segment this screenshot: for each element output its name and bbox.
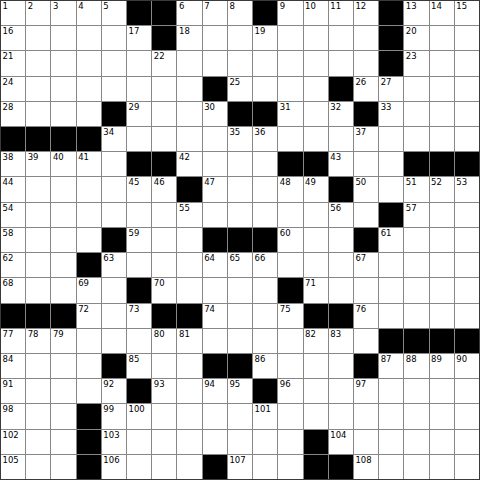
- white-square-r6c14[interactable]: [354, 152, 378, 176]
- white-square-r6c4[interactable]: [102, 152, 126, 176]
- white-square-r9c11[interactable]: 60: [278, 228, 302, 252]
- white-square-r10c18[interactable]: [455, 253, 479, 277]
- white-square-r16c10[interactable]: 101: [253, 404, 277, 428]
- white-square-r8c17[interactable]: [430, 203, 454, 227]
- white-square-r4c1[interactable]: [26, 102, 50, 126]
- white-square-r16c12[interactable]: [304, 404, 328, 428]
- white-square-r15c8[interactable]: 94: [203, 379, 227, 403]
- white-square-r10c14[interactable]: 67: [354, 253, 378, 277]
- white-square-r9c6[interactable]: [152, 228, 176, 252]
- white-square-r1c1[interactable]: [26, 26, 50, 50]
- white-square-r12c16[interactable]: [404, 304, 428, 328]
- white-square-r6c9[interactable]: [228, 152, 252, 176]
- white-square-r14c1[interactable]: [26, 354, 50, 378]
- white-square-r7c8[interactable]: 47: [203, 177, 227, 201]
- white-square-r8c3[interactable]: [77, 203, 101, 227]
- white-square-r3c16[interactable]: [404, 77, 428, 101]
- white-square-r8c8[interactable]: [203, 203, 227, 227]
- white-square-r6c15[interactable]: [379, 152, 403, 176]
- white-square-r11c10[interactable]: [253, 278, 277, 302]
- white-square-r0c0[interactable]: 1: [1, 1, 25, 25]
- white-square-r2c18[interactable]: [455, 51, 479, 75]
- white-square-r3c7[interactable]: [177, 77, 201, 101]
- white-square-r8c1[interactable]: [26, 203, 50, 227]
- white-square-r7c2[interactable]: [51, 177, 75, 201]
- white-square-r11c14[interactable]: [354, 278, 378, 302]
- white-square-r10c1[interactable]: [26, 253, 50, 277]
- white-square-r15c15[interactable]: [379, 379, 403, 403]
- white-square-r14c6[interactable]: [152, 354, 176, 378]
- white-square-r4c11[interactable]: 31: [278, 102, 302, 126]
- white-square-r8c9[interactable]: [228, 203, 252, 227]
- white-square-r8c10[interactable]: [253, 203, 277, 227]
- white-square-r16c16[interactable]: [404, 404, 428, 428]
- white-square-r10c7[interactable]: [177, 253, 201, 277]
- white-square-r11c9[interactable]: [228, 278, 252, 302]
- white-square-r16c2[interactable]: [51, 404, 75, 428]
- white-square-r9c2[interactable]: [51, 228, 75, 252]
- white-square-r17c16[interactable]: [404, 430, 428, 454]
- white-square-r8c4[interactable]: [102, 203, 126, 227]
- white-square-r16c4[interactable]: 99: [102, 404, 126, 428]
- white-square-r4c18[interactable]: [455, 102, 479, 126]
- white-square-r16c1[interactable]: [26, 404, 50, 428]
- white-square-r4c13[interactable]: 32: [329, 102, 353, 126]
- white-square-r4c6[interactable]: [152, 102, 176, 126]
- white-square-r10c11[interactable]: [278, 253, 302, 277]
- white-square-r15c12[interactable]: [304, 379, 328, 403]
- white-square-r17c11[interactable]: [278, 430, 302, 454]
- white-square-r15c3[interactable]: [77, 379, 101, 403]
- white-square-r16c15[interactable]: [379, 404, 403, 428]
- white-square-r7c16[interactable]: 51: [404, 177, 428, 201]
- white-square-r2c1[interactable]: [26, 51, 50, 75]
- white-square-r8c6[interactable]: [152, 203, 176, 227]
- white-square-r18c0[interactable]: 105: [1, 455, 25, 479]
- white-square-r17c13[interactable]: 104: [329, 430, 353, 454]
- white-square-r0c17[interactable]: 14: [430, 1, 454, 25]
- white-square-r14c11[interactable]: [278, 354, 302, 378]
- white-square-r18c1[interactable]: [26, 455, 50, 479]
- white-square-r17c17[interactable]: [430, 430, 454, 454]
- white-square-r16c0[interactable]: 98: [1, 404, 25, 428]
- white-square-r16c13[interactable]: [329, 404, 353, 428]
- white-square-r12c9[interactable]: [228, 304, 252, 328]
- white-square-r8c18[interactable]: [455, 203, 479, 227]
- white-square-r6c0[interactable]: 38: [1, 152, 25, 176]
- white-square-r10c0[interactable]: 62: [1, 253, 25, 277]
- white-square-r3c3[interactable]: [77, 77, 101, 101]
- white-square-r6c8[interactable]: [203, 152, 227, 176]
- white-square-r11c4[interactable]: [102, 278, 126, 302]
- white-square-r16c7[interactable]: [177, 404, 201, 428]
- white-square-r13c4[interactable]: [102, 329, 126, 353]
- white-square-r16c8[interactable]: [203, 404, 227, 428]
- white-square-r3c1[interactable]: [26, 77, 50, 101]
- white-square-r17c7[interactable]: [177, 430, 201, 454]
- white-square-r12c3[interactable]: 72: [77, 304, 101, 328]
- white-square-r17c14[interactable]: [354, 430, 378, 454]
- white-square-r4c5[interactable]: 29: [127, 102, 151, 126]
- white-square-r12c10[interactable]: [253, 304, 277, 328]
- white-square-r2c13[interactable]: [329, 51, 353, 75]
- white-square-r1c18[interactable]: [455, 26, 479, 50]
- white-square-r16c11[interactable]: [278, 404, 302, 428]
- white-square-r6c7[interactable]: 42: [177, 152, 201, 176]
- white-square-r11c15[interactable]: [379, 278, 403, 302]
- white-square-r8c11[interactable]: [278, 203, 302, 227]
- white-square-r13c6[interactable]: 80: [152, 329, 176, 353]
- white-square-r13c14[interactable]: [354, 329, 378, 353]
- white-square-r14c13[interactable]: [329, 354, 353, 378]
- white-square-r3c10[interactable]: [253, 77, 277, 101]
- white-square-r8c2[interactable]: [51, 203, 75, 227]
- white-square-r7c15[interactable]: [379, 177, 403, 201]
- white-square-r18c15[interactable]: [379, 455, 403, 479]
- white-square-r15c4[interactable]: 92: [102, 379, 126, 403]
- white-square-r10c9[interactable]: 65: [228, 253, 252, 277]
- white-square-r9c12[interactable]: [304, 228, 328, 252]
- white-square-r1c12[interactable]: [304, 26, 328, 50]
- white-square-r1c2[interactable]: [51, 26, 75, 50]
- white-square-r14c2[interactable]: [51, 354, 75, 378]
- white-square-r17c6[interactable]: [152, 430, 176, 454]
- white-square-r7c17[interactable]: 52: [430, 177, 454, 201]
- white-square-r15c11[interactable]: 96: [278, 379, 302, 403]
- white-square-r5c9[interactable]: 35: [228, 127, 252, 151]
- white-square-r7c9[interactable]: [228, 177, 252, 201]
- white-square-r0c18[interactable]: 15: [455, 1, 479, 25]
- white-square-r14c5[interactable]: 85: [127, 354, 151, 378]
- white-square-r10c15[interactable]: [379, 253, 403, 277]
- white-square-r0c4[interactable]: 5: [102, 1, 126, 25]
- white-square-r12c18[interactable]: [455, 304, 479, 328]
- white-square-r2c9[interactable]: [228, 51, 252, 75]
- white-square-r1c11[interactable]: [278, 26, 302, 50]
- white-square-r10c6[interactable]: [152, 253, 176, 277]
- white-square-r7c12[interactable]: 49: [304, 177, 328, 201]
- white-square-r2c7[interactable]: [177, 51, 201, 75]
- white-square-r10c13[interactable]: [329, 253, 353, 277]
- white-square-r15c13[interactable]: [329, 379, 353, 403]
- white-square-r9c7[interactable]: [177, 228, 201, 252]
- white-square-r18c7[interactable]: [177, 455, 201, 479]
- white-square-r4c12[interactable]: [304, 102, 328, 126]
- white-square-r17c0[interactable]: 102: [1, 430, 25, 454]
- white-square-r7c6[interactable]: 46: [152, 177, 176, 201]
- white-square-r9c5[interactable]: 59: [127, 228, 151, 252]
- white-square-r15c7[interactable]: [177, 379, 201, 403]
- white-square-r10c8[interactable]: 64: [203, 253, 227, 277]
- white-square-r17c4[interactable]: 103: [102, 430, 126, 454]
- white-square-r17c10[interactable]: [253, 430, 277, 454]
- white-square-r16c17[interactable]: [430, 404, 454, 428]
- white-square-r4c2[interactable]: [51, 102, 75, 126]
- white-square-r10c2[interactable]: [51, 253, 75, 277]
- white-square-r13c12[interactable]: 82: [304, 329, 328, 353]
- white-square-r1c10[interactable]: 19: [253, 26, 277, 50]
- white-square-r2c12[interactable]: [304, 51, 328, 75]
- white-square-r13c8[interactable]: [203, 329, 227, 353]
- white-square-r18c14[interactable]: 108: [354, 455, 378, 479]
- white-square-r5c13[interactable]: [329, 127, 353, 151]
- white-square-r7c3[interactable]: [77, 177, 101, 201]
- white-square-r13c11[interactable]: [278, 329, 302, 353]
- white-square-r15c1[interactable]: [26, 379, 50, 403]
- white-square-r15c6[interactable]: 93: [152, 379, 176, 403]
- white-square-r4c8[interactable]: 30: [203, 102, 227, 126]
- white-square-r15c18[interactable]: [455, 379, 479, 403]
- white-square-r12c14[interactable]: 76: [354, 304, 378, 328]
- white-square-r12c15[interactable]: [379, 304, 403, 328]
- white-square-r8c16[interactable]: 57: [404, 203, 428, 227]
- white-square-r17c2[interactable]: [51, 430, 75, 454]
- white-square-r11c12[interactable]: 71: [304, 278, 328, 302]
- white-square-r2c3[interactable]: [77, 51, 101, 75]
- white-square-r5c5[interactable]: [127, 127, 151, 151]
- white-square-r2c0[interactable]: 21: [1, 51, 25, 75]
- white-square-r1c8[interactable]: [203, 26, 227, 50]
- white-square-r0c14[interactable]: 12: [354, 1, 378, 25]
- white-square-r3c4[interactable]: [102, 77, 126, 101]
- white-square-r2c17[interactable]: [430, 51, 454, 75]
- white-square-r0c3[interactable]: 4: [77, 1, 101, 25]
- white-square-r16c6[interactable]: [152, 404, 176, 428]
- white-square-r18c5[interactable]: [127, 455, 151, 479]
- white-square-r13c9[interactable]: [228, 329, 252, 353]
- white-square-r3c18[interactable]: [455, 77, 479, 101]
- white-square-r5c11[interactable]: [278, 127, 302, 151]
- white-square-r18c4[interactable]: 106: [102, 455, 126, 479]
- white-square-r2c10[interactable]: [253, 51, 277, 75]
- white-square-r5c10[interactable]: 36: [253, 127, 277, 151]
- white-square-r11c7[interactable]: [177, 278, 201, 302]
- white-square-r15c2[interactable]: [51, 379, 75, 403]
- white-square-r10c10[interactable]: 66: [253, 253, 277, 277]
- white-square-r11c6[interactable]: 70: [152, 278, 176, 302]
- white-square-r4c15[interactable]: 33: [379, 102, 403, 126]
- white-square-r11c3[interactable]: 69: [77, 278, 101, 302]
- white-square-r1c17[interactable]: [430, 26, 454, 50]
- white-square-r2c5[interactable]: [127, 51, 151, 75]
- white-square-r18c6[interactable]: [152, 455, 176, 479]
- white-square-r18c2[interactable]: [51, 455, 75, 479]
- white-square-r6c13[interactable]: 43: [329, 152, 353, 176]
- white-square-r1c7[interactable]: 18: [177, 26, 201, 50]
- white-square-r0c2[interactable]: 3: [51, 1, 75, 25]
- white-square-r11c18[interactable]: [455, 278, 479, 302]
- white-square-r4c17[interactable]: [430, 102, 454, 126]
- white-square-r18c18[interactable]: [455, 455, 479, 479]
- white-square-r18c11[interactable]: [278, 455, 302, 479]
- white-square-r14c12[interactable]: [304, 354, 328, 378]
- white-square-r13c10[interactable]: [253, 329, 277, 353]
- white-square-r15c17[interactable]: [430, 379, 454, 403]
- white-square-r6c1[interactable]: 39: [26, 152, 50, 176]
- white-square-r1c16[interactable]: 20: [404, 26, 428, 50]
- white-square-r5c7[interactable]: [177, 127, 201, 151]
- white-square-r9c1[interactable]: [26, 228, 50, 252]
- white-square-r17c18[interactable]: [455, 430, 479, 454]
- white-square-r0c16[interactable]: 13: [404, 1, 428, 25]
- white-square-r1c9[interactable]: [228, 26, 252, 50]
- white-square-r0c9[interactable]: 8: [228, 1, 252, 25]
- white-square-r0c11[interactable]: 9: [278, 1, 302, 25]
- white-square-r3c17[interactable]: [430, 77, 454, 101]
- white-square-r13c3[interactable]: [77, 329, 101, 353]
- white-square-r0c8[interactable]: 7: [203, 1, 227, 25]
- white-square-r3c12[interactable]: [304, 77, 328, 101]
- white-square-r14c3[interactable]: [77, 354, 101, 378]
- white-square-r5c14[interactable]: 37: [354, 127, 378, 151]
- white-square-r3c6[interactable]: [152, 77, 176, 101]
- white-square-r7c10[interactable]: [253, 177, 277, 201]
- white-square-r1c13[interactable]: [329, 26, 353, 50]
- white-square-r4c7[interactable]: [177, 102, 201, 126]
- white-square-r2c16[interactable]: 23: [404, 51, 428, 75]
- white-square-r11c0[interactable]: 68: [1, 278, 25, 302]
- white-square-r11c17[interactable]: [430, 278, 454, 302]
- white-square-r1c5[interactable]: 17: [127, 26, 151, 50]
- white-square-r6c10[interactable]: [253, 152, 277, 176]
- white-square-r7c18[interactable]: 53: [455, 177, 479, 201]
- white-square-r6c2[interactable]: 40: [51, 152, 75, 176]
- white-square-r13c2[interactable]: 79: [51, 329, 75, 353]
- white-square-r7c0[interactable]: 44: [1, 177, 25, 201]
- white-square-r3c11[interactable]: [278, 77, 302, 101]
- white-square-r7c5[interactable]: 45: [127, 177, 151, 201]
- white-square-r8c13[interactable]: 56: [329, 203, 353, 227]
- white-square-r10c4[interactable]: 63: [102, 253, 126, 277]
- white-square-r15c14[interactable]: 97: [354, 379, 378, 403]
- white-square-r5c8[interactable]: [203, 127, 227, 151]
- white-square-r16c5[interactable]: 100: [127, 404, 151, 428]
- white-square-r17c5[interactable]: [127, 430, 151, 454]
- white-square-r14c7[interactable]: [177, 354, 201, 378]
- white-square-r8c5[interactable]: [127, 203, 151, 227]
- white-square-r5c15[interactable]: [379, 127, 403, 151]
- white-square-r2c11[interactable]: [278, 51, 302, 75]
- white-square-r9c13[interactable]: [329, 228, 353, 252]
- white-square-r13c13[interactable]: 83: [329, 329, 353, 353]
- white-square-r2c8[interactable]: [203, 51, 227, 75]
- white-square-r5c6[interactable]: [152, 127, 176, 151]
- white-square-r10c16[interactable]: [404, 253, 428, 277]
- white-square-r5c18[interactable]: [455, 127, 479, 151]
- white-square-r9c15[interactable]: 61: [379, 228, 403, 252]
- white-square-r13c0[interactable]: 77: [1, 329, 25, 353]
- white-square-r5c16[interactable]: [404, 127, 428, 151]
- white-square-r1c4[interactable]: [102, 26, 126, 50]
- white-square-r13c5[interactable]: [127, 329, 151, 353]
- white-square-r2c14[interactable]: [354, 51, 378, 75]
- white-square-r6c3[interactable]: 41: [77, 152, 101, 176]
- white-square-r5c17[interactable]: [430, 127, 454, 151]
- white-square-r18c10[interactable]: [253, 455, 277, 479]
- white-square-r2c6[interactable]: 22: [152, 51, 176, 75]
- white-square-r14c10[interactable]: 86: [253, 354, 277, 378]
- white-square-r4c3[interactable]: [77, 102, 101, 126]
- white-square-r15c0[interactable]: 91: [1, 379, 25, 403]
- white-square-r11c16[interactable]: [404, 278, 428, 302]
- white-square-r18c9[interactable]: 107: [228, 455, 252, 479]
- white-square-r8c14[interactable]: [354, 203, 378, 227]
- white-square-r8c7[interactable]: 55: [177, 203, 201, 227]
- white-square-r3c0[interactable]: 24: [1, 77, 25, 101]
- white-square-r9c0[interactable]: 58: [1, 228, 25, 252]
- white-square-r3c14[interactable]: 26: [354, 77, 378, 101]
- white-square-r14c17[interactable]: 89: [430, 354, 454, 378]
- white-square-r7c11[interactable]: 48: [278, 177, 302, 201]
- white-square-r7c14[interactable]: 50: [354, 177, 378, 201]
- white-square-r7c1[interactable]: [26, 177, 50, 201]
- white-square-r4c16[interactable]: [404, 102, 428, 126]
- white-square-r10c12[interactable]: [304, 253, 328, 277]
- white-square-r7c4[interactable]: [102, 177, 126, 201]
- white-square-r12c11[interactable]: 75: [278, 304, 302, 328]
- white-square-r1c14[interactable]: [354, 26, 378, 50]
- white-square-r12c5[interactable]: 73: [127, 304, 151, 328]
- white-square-r17c8[interactable]: [203, 430, 227, 454]
- white-square-r0c7[interactable]: 6: [177, 1, 201, 25]
- white-square-r17c15[interactable]: [379, 430, 403, 454]
- white-square-r11c1[interactable]: [26, 278, 50, 302]
- white-square-r15c16[interactable]: [404, 379, 428, 403]
- white-square-r10c5[interactable]: [127, 253, 151, 277]
- white-square-r1c0[interactable]: 16: [1, 26, 25, 50]
- white-square-r0c12[interactable]: 10: [304, 1, 328, 25]
- white-square-r16c14[interactable]: [354, 404, 378, 428]
- white-square-r17c1[interactable]: [26, 430, 50, 454]
- white-square-r11c2[interactable]: [51, 278, 75, 302]
- white-square-r11c8[interactable]: [203, 278, 227, 302]
- white-square-r16c18[interactable]: [455, 404, 479, 428]
- white-square-r13c1[interactable]: 78: [26, 329, 50, 353]
- white-square-r12c4[interactable]: [102, 304, 126, 328]
- white-square-r0c13[interactable]: 11: [329, 1, 353, 25]
- white-square-r3c15[interactable]: 27: [379, 77, 403, 101]
- white-square-r9c17[interactable]: [430, 228, 454, 252]
- white-square-r14c15[interactable]: 87: [379, 354, 403, 378]
- white-square-r0c1[interactable]: 2: [26, 1, 50, 25]
- white-square-r9c3[interactable]: [77, 228, 101, 252]
- white-square-r2c2[interactable]: [51, 51, 75, 75]
- white-square-r18c17[interactable]: [430, 455, 454, 479]
- white-square-r3c5[interactable]: [127, 77, 151, 101]
- white-square-r11c13[interactable]: [329, 278, 353, 302]
- white-square-r15c9[interactable]: 95: [228, 379, 252, 403]
- white-square-r14c0[interactable]: 84: [1, 354, 25, 378]
- white-square-r5c4[interactable]: 34: [102, 127, 126, 151]
- white-square-r5c12[interactable]: [304, 127, 328, 151]
- white-square-r1c3[interactable]: [77, 26, 101, 50]
- white-square-r3c2[interactable]: [51, 77, 75, 101]
- white-square-r12c8[interactable]: 74: [203, 304, 227, 328]
- white-square-r14c18[interactable]: 90: [455, 354, 479, 378]
- white-square-r9c18[interactable]: [455, 228, 479, 252]
- white-square-r3c9[interactable]: 25: [228, 77, 252, 101]
- white-square-r8c12[interactable]: [304, 203, 328, 227]
- white-square-r12c17[interactable]: [430, 304, 454, 328]
- white-square-r17c9[interactable]: [228, 430, 252, 454]
- white-square-r2c4[interactable]: [102, 51, 126, 75]
- white-square-r18c16[interactable]: [404, 455, 428, 479]
- white-square-r4c0[interactable]: 28: [1, 102, 25, 126]
- white-square-r9c16[interactable]: [404, 228, 428, 252]
- white-square-r14c16[interactable]: 88: [404, 354, 428, 378]
- white-square-r10c17[interactable]: [430, 253, 454, 277]
- white-square-r16c9[interactable]: [228, 404, 252, 428]
